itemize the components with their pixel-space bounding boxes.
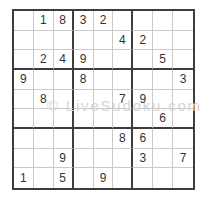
sudoku-board: 1832422495983879686937159© LiveSudoku.co…: [12, 9, 195, 190]
given-digit: 5: [159, 53, 166, 65]
sudoku-page: 1832422495983879686937159© LiveSudoku.co…: [0, 0, 200, 200]
given-digit: 9: [59, 152, 66, 164]
given-digit: 2: [100, 14, 107, 26]
cell-r8c3[interactable]: 9: [54, 149, 74, 169]
given-digit: 9: [20, 73, 27, 85]
cell-r7c7[interactable]: 6: [133, 129, 153, 149]
cell-r7c2[interactable]: [34, 129, 54, 149]
cell-r9c6[interactable]: [113, 168, 133, 188]
cell-r6c2[interactable]: [34, 109, 54, 129]
cell-r4c3[interactable]: [54, 70, 74, 90]
given-digit: 3: [139, 152, 146, 164]
cell-r1c3[interactable]: 8: [54, 11, 74, 31]
cell-r1c1[interactable]: [14, 11, 34, 31]
cell-r1c7[interactable]: [133, 11, 153, 31]
cell-r3c2[interactable]: 2: [34, 50, 54, 70]
cell-r5c5[interactable]: [94, 90, 114, 110]
cell-r6c7[interactable]: [133, 109, 153, 129]
given-digit: 1: [20, 172, 27, 184]
cell-r5c6[interactable]: 7: [113, 90, 133, 110]
cell-r3c4[interactable]: 9: [74, 50, 94, 70]
cell-r5c4[interactable]: [74, 90, 94, 110]
cell-r8c8[interactable]: [153, 149, 173, 169]
cell-r5c9[interactable]: [173, 90, 193, 110]
given-digit: 6: [159, 112, 166, 124]
cell-r7c4[interactable]: [74, 129, 94, 149]
cell-r1c4[interactable]: 3: [74, 11, 94, 31]
cell-r6c6[interactable]: [113, 109, 133, 129]
cell-r2c3[interactable]: [54, 31, 74, 51]
cell-r7c6[interactable]: 8: [113, 129, 133, 149]
cell-r4c1[interactable]: 9: [14, 70, 34, 90]
cell-r4c7[interactable]: [133, 70, 153, 90]
cell-r5c3[interactable]: [54, 90, 74, 110]
given-digit: 1: [40, 14, 47, 26]
given-digit: 9: [100, 172, 107, 184]
cell-r2c2[interactable]: [34, 31, 54, 51]
given-digit: 3: [80, 14, 87, 26]
cell-r8c1[interactable]: [14, 149, 34, 169]
cell-r2c5[interactable]: [94, 31, 114, 51]
cell-r9c3[interactable]: 5: [54, 168, 74, 188]
given-digit: 3: [180, 73, 187, 85]
cell-r3c9[interactable]: [173, 50, 193, 70]
cell-r4c6[interactable]: [113, 70, 133, 90]
given-digit: 2: [139, 34, 146, 46]
cell-r4c8[interactable]: [153, 70, 173, 90]
cell-r6c4[interactable]: [74, 109, 94, 129]
cell-r7c3[interactable]: [54, 129, 74, 149]
cell-r3c7[interactable]: [133, 50, 153, 70]
cell-r4c5[interactable]: [94, 70, 114, 90]
given-digit: 7: [119, 93, 126, 105]
cell-r8c5[interactable]: [94, 149, 114, 169]
given-digit: 7: [180, 152, 187, 164]
given-digit: 8: [119, 132, 126, 144]
cell-r9c9[interactable]: [173, 168, 193, 188]
cell-r3c1[interactable]: [14, 50, 34, 70]
cell-r5c7[interactable]: 9: [133, 90, 153, 110]
cell-r8c2[interactable]: [34, 149, 54, 169]
given-digit: 9: [80, 53, 87, 65]
given-digit: 6: [139, 132, 146, 144]
given-digit: 8: [40, 93, 47, 105]
cell-r3c6[interactable]: [113, 50, 133, 70]
cell-r9c1[interactable]: 1: [14, 168, 34, 188]
cell-r1c6[interactable]: [113, 11, 133, 31]
cell-r7c8[interactable]: [153, 129, 173, 149]
cell-r1c5[interactable]: 2: [94, 11, 114, 31]
cell-r9c2[interactable]: [34, 168, 54, 188]
cell-r2c4[interactable]: [74, 31, 94, 51]
cell-r9c4[interactable]: [74, 168, 94, 188]
cell-r6c8[interactable]: 6: [153, 109, 173, 129]
cell-r2c1[interactable]: [14, 31, 34, 51]
cell-r8c7[interactable]: 3: [133, 149, 153, 169]
cell-r9c5[interactable]: 9: [94, 168, 114, 188]
cell-r7c1[interactable]: [14, 129, 34, 149]
cell-r2c7[interactable]: 2: [133, 31, 153, 51]
cell-r8c6[interactable]: [113, 149, 133, 169]
cell-r6c3[interactable]: [54, 109, 74, 129]
given-digit: 9: [139, 93, 146, 105]
cell-r4c4[interactable]: 8: [74, 70, 94, 90]
cell-r4c9[interactable]: 3: [173, 70, 193, 90]
cell-r1c2[interactable]: 1: [34, 11, 54, 31]
cell-r7c5[interactable]: [94, 129, 114, 149]
cell-r3c5[interactable]: [94, 50, 114, 70]
cell-r8c4[interactable]: [74, 149, 94, 169]
cell-r2c8[interactable]: [153, 31, 173, 51]
cell-r3c3[interactable]: 4: [54, 50, 74, 70]
cell-r8c9[interactable]: 7: [173, 149, 193, 169]
cell-r7c9[interactable]: [173, 129, 193, 149]
cell-r1c8[interactable]: [153, 11, 173, 31]
given-digit: 5: [59, 172, 66, 184]
cell-r6c5[interactable]: [94, 109, 114, 129]
cell-r5c1[interactable]: [14, 90, 34, 110]
cell-r6c1[interactable]: [14, 109, 34, 129]
cell-r9c7[interactable]: [133, 168, 153, 188]
given-digit: 8: [80, 73, 87, 85]
given-digit: 4: [59, 53, 66, 65]
given-digit: 8: [59, 14, 66, 26]
cell-r5c8[interactable]: [153, 90, 173, 110]
cell-r2c6[interactable]: 4: [113, 31, 133, 51]
cell-r9c8[interactable]: [153, 168, 173, 188]
cell-r5c2[interactable]: 8: [34, 90, 54, 110]
cell-r1c9[interactable]: [173, 11, 193, 31]
given-digit: 4: [119, 34, 126, 46]
cell-r2c9[interactable]: [173, 31, 193, 51]
cell-r3c8[interactable]: 5: [153, 50, 173, 70]
cell-r4c2[interactable]: [34, 70, 54, 90]
given-digit: 2: [40, 53, 47, 65]
cell-r6c9[interactable]: [173, 109, 193, 129]
